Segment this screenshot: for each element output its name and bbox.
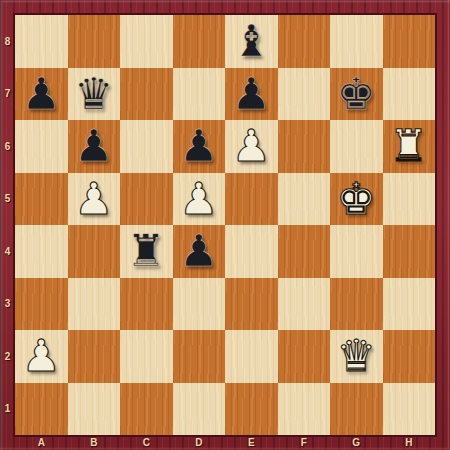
square-b3[interactable] <box>68 278 121 331</box>
square-f1[interactable] <box>278 383 331 436</box>
piece-white-pawn[interactable]: ♟ <box>225 120 278 173</box>
piece-black-pawn[interactable]: ♟ <box>173 225 226 278</box>
square-a2[interactable]: ♟ <box>15 330 68 383</box>
file-label-b: B <box>68 435 121 450</box>
square-b8[interactable] <box>68 15 121 68</box>
square-h7[interactable] <box>383 68 436 121</box>
square-h8[interactable] <box>383 15 436 68</box>
file-label-f: F <box>278 435 331 450</box>
piece-black-queen[interactable]: ♛ <box>68 68 121 121</box>
square-h2[interactable] <box>383 330 436 383</box>
square-b4[interactable] <box>68 225 121 278</box>
square-d1[interactable] <box>173 383 226 436</box>
file-label-e: E <box>225 435 278 450</box>
file-label-g: G <box>330 435 383 450</box>
square-h4[interactable] <box>383 225 436 278</box>
square-g5[interactable]: ♚ <box>330 173 383 226</box>
square-g4[interactable] <box>330 225 383 278</box>
rank-label-1: 1 <box>0 383 15 436</box>
square-h6[interactable]: ♜ <box>383 120 436 173</box>
piece-white-king[interactable]: ♚ <box>330 173 383 226</box>
square-b7[interactable]: ♛ <box>68 68 121 121</box>
square-f7[interactable] <box>278 68 331 121</box>
square-a6[interactable] <box>15 120 68 173</box>
piece-black-bishop[interactable]: ♝ <box>225 15 278 68</box>
square-f2[interactable] <box>278 330 331 383</box>
square-c1[interactable] <box>120 383 173 436</box>
square-e5[interactable] <box>225 173 278 226</box>
square-b5[interactable]: ♟ <box>68 173 121 226</box>
square-c5[interactable] <box>120 173 173 226</box>
square-f3[interactable] <box>278 278 331 331</box>
square-f6[interactable] <box>278 120 331 173</box>
rank-label-6: 6 <box>0 120 15 173</box>
piece-white-pawn[interactable]: ♟ <box>173 173 226 226</box>
square-h3[interactable] <box>383 278 436 331</box>
square-b2[interactable] <box>68 330 121 383</box>
rank-label-3: 3 <box>0 278 15 331</box>
piece-black-pawn[interactable]: ♟ <box>68 120 121 173</box>
rank-labels: 87654321 <box>0 15 15 435</box>
square-a8[interactable] <box>15 15 68 68</box>
square-f4[interactable] <box>278 225 331 278</box>
piece-white-rook[interactable]: ♜ <box>383 120 436 173</box>
square-c2[interactable] <box>120 330 173 383</box>
square-d3[interactable] <box>173 278 226 331</box>
square-d6[interactable]: ♟ <box>173 120 226 173</box>
piece-black-rook[interactable]: ♜ <box>120 225 173 278</box>
square-a1[interactable] <box>15 383 68 436</box>
square-b6[interactable]: ♟ <box>68 120 121 173</box>
square-e4[interactable] <box>225 225 278 278</box>
square-d5[interactable]: ♟ <box>173 173 226 226</box>
square-e7[interactable]: ♟ <box>225 68 278 121</box>
rank-label-7: 7 <box>0 68 15 121</box>
piece-black-pawn[interactable]: ♟ <box>225 68 278 121</box>
square-e3[interactable] <box>225 278 278 331</box>
file-labels: ABCDEFGH <box>15 435 435 450</box>
piece-black-pawn[interactable]: ♟ <box>15 68 68 121</box>
file-label-a: A <box>15 435 68 450</box>
square-a5[interactable] <box>15 173 68 226</box>
square-g8[interactable] <box>330 15 383 68</box>
square-g7[interactable]: ♚ <box>330 68 383 121</box>
chess-board: ♝♟♛♟♚♟♟♟♜♟♟♚♜♟♟♛ <box>15 15 435 435</box>
square-d7[interactable] <box>173 68 226 121</box>
square-e2[interactable] <box>225 330 278 383</box>
file-label-c: C <box>120 435 173 450</box>
square-c4[interactable]: ♜ <box>120 225 173 278</box>
square-g2[interactable]: ♛ <box>330 330 383 383</box>
square-c3[interactable] <box>120 278 173 331</box>
piece-white-pawn[interactable]: ♟ <box>68 173 121 226</box>
square-g3[interactable] <box>330 278 383 331</box>
square-g1[interactable] <box>330 383 383 436</box>
square-h1[interactable] <box>383 383 436 436</box>
square-c7[interactable] <box>120 68 173 121</box>
square-a3[interactable] <box>15 278 68 331</box>
square-a7[interactable]: ♟ <box>15 68 68 121</box>
square-f8[interactable] <box>278 15 331 68</box>
square-a4[interactable] <box>15 225 68 278</box>
square-f5[interactable] <box>278 173 331 226</box>
file-label-d: D <box>173 435 226 450</box>
square-c6[interactable] <box>120 120 173 173</box>
file-label-h: H <box>383 435 436 450</box>
square-d2[interactable] <box>173 330 226 383</box>
piece-white-pawn[interactable]: ♟ <box>15 330 68 383</box>
rank-label-5: 5 <box>0 173 15 226</box>
piece-black-king[interactable]: ♚ <box>330 68 383 121</box>
square-e6[interactable]: ♟ <box>225 120 278 173</box>
square-g6[interactable] <box>330 120 383 173</box>
square-e8[interactable]: ♝ <box>225 15 278 68</box>
piece-black-pawn[interactable]: ♟ <box>173 120 226 173</box>
board-frame: 87654321 ABCDEFGH ♝♟♛♟♚♟♟♟♜♟♟♚♜♟♟♛ <box>0 0 450 450</box>
rank-label-4: 4 <box>0 225 15 278</box>
piece-white-queen[interactable]: ♛ <box>330 330 383 383</box>
square-e1[interactable] <box>225 383 278 436</box>
square-d4[interactable]: ♟ <box>173 225 226 278</box>
square-d8[interactable] <box>173 15 226 68</box>
square-h5[interactable] <box>383 173 436 226</box>
rank-label-2: 2 <box>0 330 15 383</box>
rank-label-8: 8 <box>0 15 15 68</box>
square-c8[interactable] <box>120 15 173 68</box>
square-b1[interactable] <box>68 383 121 436</box>
